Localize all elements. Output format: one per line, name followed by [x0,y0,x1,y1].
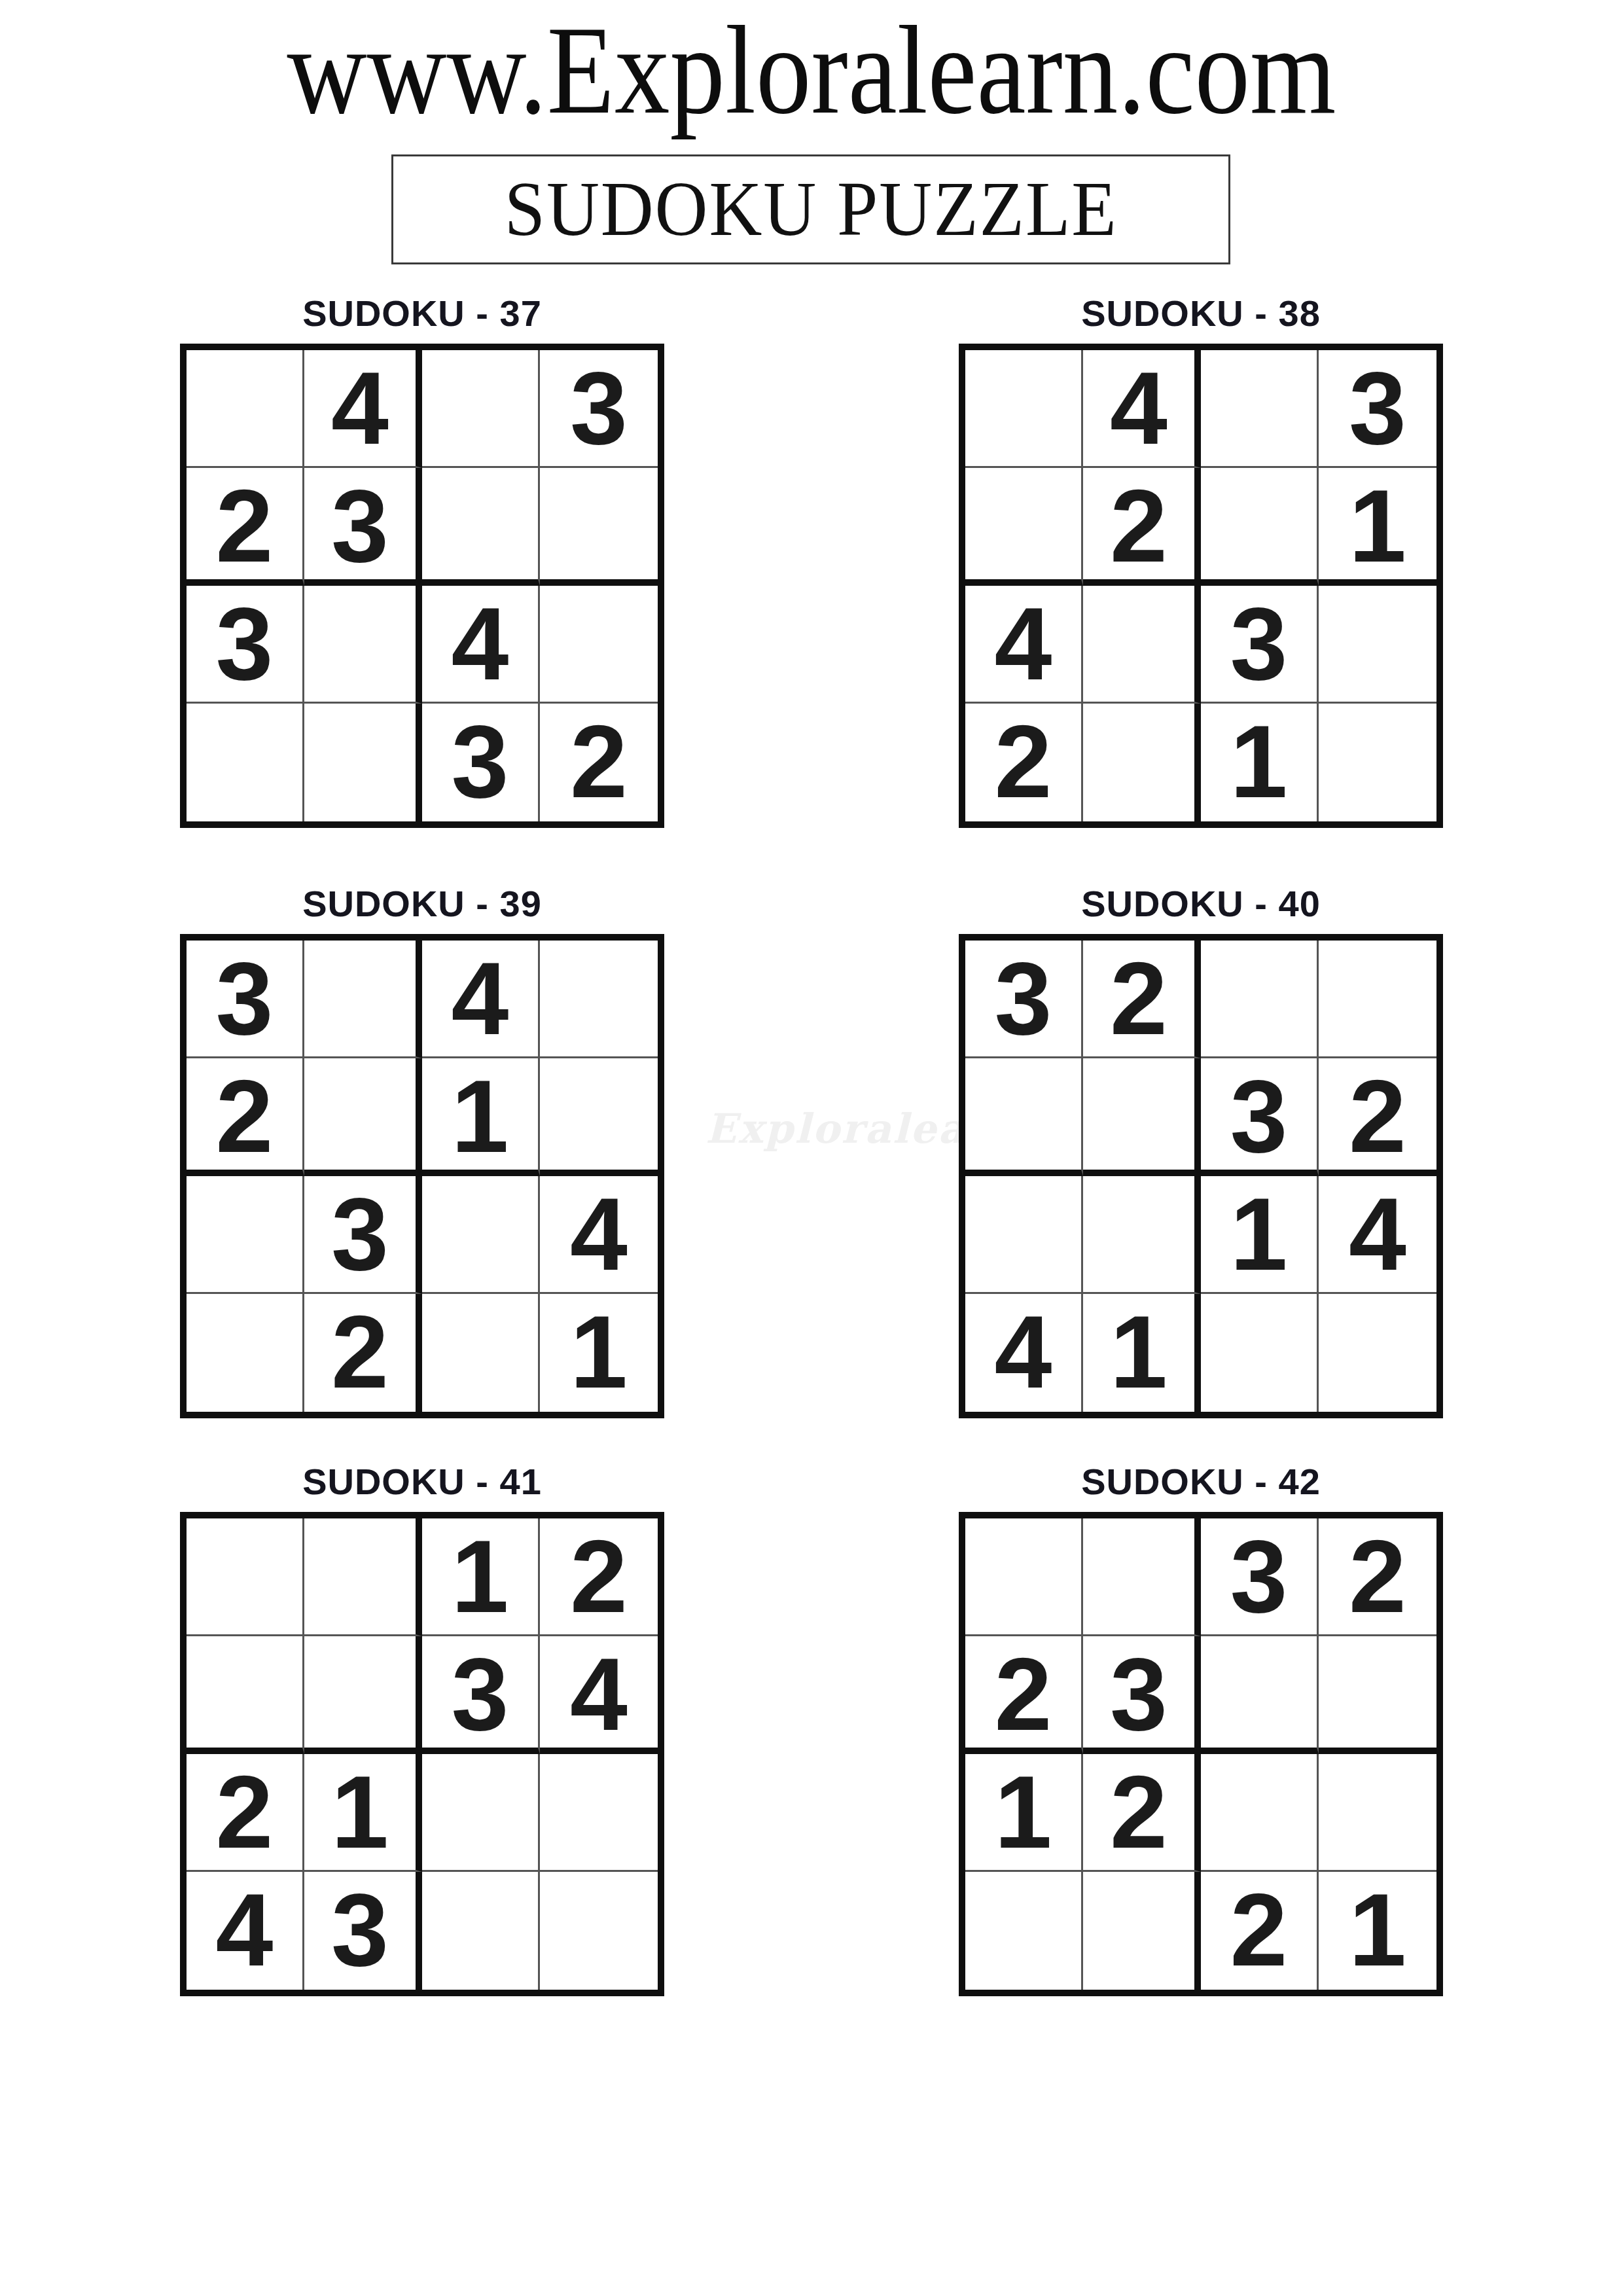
sudoku-cell-r4c3 [1201,1294,1319,1412]
sudoku-grid-39: 34213421 [180,934,664,1418]
sudoku-cell-r3c3: 4 [422,586,540,704]
puzzle-sudoku-42: SUDOKU - 42 32231221 [959,1462,1443,1996]
puzzle-title: SUDOKU - 39 [180,884,664,934]
sudoku-cell-r2c2: 3 [304,468,422,586]
puzzle-sudoku-38: SUDOKU - 38 43214321 [959,293,1443,828]
sudoku-cell-r3c4 [540,1754,658,1872]
puzzle-title: SUDOKU - 42 [959,1462,1443,1512]
sudoku-cell-r2c4 [1319,1636,1436,1754]
sudoku-cell-r1c3 [422,350,540,468]
sudoku-grid-42: 32231221 [959,1512,1443,1996]
sudoku-cell-r3c4: 4 [540,1176,658,1294]
sudoku-cell-r3c1: 4 [965,586,1083,704]
sudoku-cell-r4c1 [187,1294,304,1412]
sudoku-cell-r2c4 [540,468,658,586]
sudoku-cell-r1c1 [965,350,1083,468]
sudoku-cell-r1c2 [1083,1518,1201,1636]
sudoku-cell-r1c3: 1 [422,1518,540,1636]
site-title: www.Exploralearn.com [98,5,1525,136]
sudoku-cell-r1c4 [1319,941,1436,1058]
sudoku-cell-r4c3: 3 [422,704,540,821]
sudoku-cell-r1c3 [1201,941,1319,1058]
sudoku-cell-r2c4 [540,1058,658,1176]
sudoku-grid-40: 32321441 [959,934,1443,1418]
sudoku-cell-r2c2 [304,1636,422,1754]
sudoku-grid-38: 43214321 [959,344,1443,828]
sudoku-cell-r4c3 [422,1872,540,1990]
sudoku-cell-r1c4: 2 [540,1518,658,1636]
puzzle-sudoku-41: SUDOKU - 41 12342143 [180,1462,664,1996]
sudoku-cell-r4c3: 2 [1201,1872,1319,1990]
sudoku-cell-r3c2 [304,586,422,704]
sudoku-cell-r2c1 [965,468,1083,586]
sudoku-cell-r3c4 [1319,586,1436,704]
sudoku-cell-r2c3 [1201,1636,1319,1754]
sudoku-cell-r3c2 [1083,586,1201,704]
sudoku-cell-r3c4 [540,586,658,704]
sudoku-cell-r3c2: 2 [1083,1754,1201,1872]
sudoku-cell-r2c4: 2 [1319,1058,1436,1176]
sudoku-cell-r1c2 [304,1518,422,1636]
sudoku-cell-r4c4 [1319,704,1436,821]
sudoku-cell-r3c4 [1319,1754,1436,1872]
sudoku-cell-r2c3: 3 [422,1636,540,1754]
worksheet-page: www.Exploralearn.com SUDOKU PUZZLE Explo… [0,0,1623,2296]
sudoku-cell-r1c4: 2 [1319,1518,1436,1636]
sudoku-cell-r4c2: 3 [304,1872,422,1990]
sudoku-cell-r1c4: 3 [540,350,658,468]
sudoku-cell-r2c4: 4 [540,1636,658,1754]
sudoku-cell-r1c2 [304,941,422,1058]
sudoku-cell-r3c2: 1 [304,1754,422,1872]
subtitle-box: SUDOKU PUZZLE [391,154,1230,264]
sudoku-cell-r4c4: 1 [540,1294,658,1412]
sudoku-cell-r1c1 [965,1518,1083,1636]
sudoku-cell-r4c1: 4 [965,1294,1083,1412]
sudoku-cell-r1c3: 3 [1201,1518,1319,1636]
sudoku-grid-37: 43233432 [180,344,664,828]
sudoku-cell-r4c2 [304,704,422,821]
sudoku-cell-r2c2 [304,1058,422,1176]
sudoku-cell-r4c3: 1 [1201,704,1319,821]
sudoku-cell-r3c3: 1 [1201,1176,1319,1294]
sudoku-cell-r4c2 [1083,1872,1201,1990]
sudoku-cell-r2c1 [187,1636,304,1754]
sudoku-cell-r3c1: 3 [187,586,304,704]
sudoku-cell-r4c4: 1 [1319,1872,1436,1990]
sudoku-cell-r4c4 [540,1872,658,1990]
sudoku-cell-r4c4 [1319,1294,1436,1412]
sudoku-cell-r3c2 [1083,1176,1201,1294]
sudoku-cell-r3c1 [187,1176,304,1294]
sudoku-cell-r2c3 [422,468,540,586]
sudoku-cell-r1c3: 4 [422,941,540,1058]
sudoku-cell-r2c1: 2 [187,468,304,586]
puzzle-sudoku-37: SUDOKU - 37 43233432 [180,293,664,828]
sudoku-cell-r1c3 [1201,350,1319,468]
sudoku-cell-r4c1: 2 [965,704,1083,821]
puzzle-title: SUDOKU - 40 [959,884,1443,934]
sudoku-cell-r3c1: 2 [187,1754,304,1872]
puzzle-sudoku-40: SUDOKU - 40 32321441 [959,884,1443,1418]
sudoku-cell-r1c2: 4 [304,350,422,468]
sudoku-cell-r3c3 [422,1176,540,1294]
sudoku-cell-r1c2: 4 [1083,350,1201,468]
sudoku-cell-r2c2: 3 [1083,1636,1201,1754]
sudoku-cell-r2c1: 2 [965,1636,1083,1754]
sudoku-cell-r3c4: 4 [1319,1176,1436,1294]
sudoku-cell-r2c3 [1201,468,1319,586]
sudoku-cell-r4c2: 2 [304,1294,422,1412]
sudoku-cell-r2c3: 3 [1201,1058,1319,1176]
sudoku-cell-r1c2: 2 [1083,941,1201,1058]
sudoku-cell-r3c1 [965,1176,1083,1294]
puzzle-title: SUDOKU - 38 [959,293,1443,344]
puzzle-sudoku-39: SUDOKU - 39 34213421 [180,884,664,1418]
sudoku-cell-r2c4: 1 [1319,468,1436,586]
sudoku-cell-r1c4 [540,941,658,1058]
sudoku-cell-r2c2: 2 [1083,468,1201,586]
sudoku-cell-r1c1: 3 [187,941,304,1058]
puzzle-title: SUDOKU - 37 [180,293,664,344]
sudoku-cell-r4c4: 2 [540,704,658,821]
sudoku-cell-r3c3 [422,1754,540,1872]
sudoku-cell-r1c1 [187,1518,304,1636]
sudoku-cell-r2c1 [965,1058,1083,1176]
sudoku-cell-r3c1: 1 [965,1754,1083,1872]
sudoku-cell-r2c1: 2 [187,1058,304,1176]
sudoku-cell-r1c1 [187,350,304,468]
subtitle-text: SUDOKU PUZZLE [504,165,1117,254]
sudoku-cell-r4c3 [422,1294,540,1412]
sudoku-cell-r3c2: 3 [304,1176,422,1294]
sudoku-cell-r2c2 [1083,1058,1201,1176]
sudoku-cell-r4c2: 1 [1083,1294,1201,1412]
sudoku-cell-r2c3: 1 [422,1058,540,1176]
sudoku-cell-r1c4: 3 [1319,350,1436,468]
puzzle-title: SUDOKU - 41 [180,1462,664,1512]
sudoku-cell-r3c3: 3 [1201,586,1319,704]
sudoku-cell-r3c3 [1201,1754,1319,1872]
sudoku-cell-r4c1 [965,1872,1083,1990]
sudoku-grid-41: 12342143 [180,1512,664,1996]
sudoku-cell-r4c1: 4 [187,1872,304,1990]
sudoku-cell-r1c1: 3 [965,941,1083,1058]
sudoku-cell-r4c2 [1083,704,1201,821]
sudoku-cell-r4c1 [187,704,304,821]
